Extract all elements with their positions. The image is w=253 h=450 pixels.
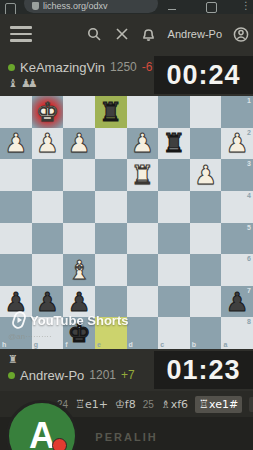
- piece-white-pawn: ♟: [131, 130, 154, 156]
- piece-white-bishop: ♝: [67, 257, 90, 283]
- bottom-player-rating: 1201: [89, 368, 116, 382]
- rank-coordinate: 7: [247, 287, 251, 294]
- square-b5[interactable]: [190, 223, 222, 255]
- square-c8[interactable]: c: [158, 317, 190, 349]
- top-player-panel: KeAmazingVin 1250 -6 ♝♟♟ 00:24: [0, 54, 253, 96]
- file-coordinate: e: [97, 341, 101, 348]
- square-g4[interactable]: [32, 191, 64, 223]
- square-d3[interactable]: ♜: [127, 159, 159, 191]
- file-coordinate: h: [2, 341, 6, 348]
- record-dot: [52, 438, 67, 450]
- file-coordinate: c: [160, 341, 164, 348]
- watermark-brand: YouTube Shorts: [30, 313, 128, 328]
- square-f1[interactable]: [63, 96, 95, 128]
- square-f6[interactable]: ♝: [63, 254, 95, 286]
- square-a4[interactable]: 4: [221, 191, 253, 223]
- rank-coordinate: 6: [247, 255, 251, 262]
- piece-white-pawn: ♟: [226, 130, 249, 156]
- square-b3[interactable]: ♟: [190, 159, 222, 191]
- square-d5[interactable]: [127, 223, 159, 255]
- square-e1[interactable]: ♜: [95, 96, 127, 128]
- top-player-name[interactable]: KeAmazingVin: [20, 60, 105, 75]
- square-e3[interactable]: [95, 159, 127, 191]
- move[interactable]: ♖xe1#: [195, 396, 242, 413]
- square-e5[interactable]: [95, 223, 127, 255]
- square-c7[interactable]: [158, 286, 190, 318]
- square-e2[interactable]: [95, 128, 127, 160]
- file-coordinate: a: [223, 341, 227, 348]
- browser-bar: lichess.org/odxv ⋮: [0, 0, 253, 14]
- rank-coordinate: 5: [247, 224, 251, 231]
- square-b2[interactable]: [190, 128, 222, 160]
- square-b7[interactable]: [190, 286, 222, 318]
- watermark-handle: @an··········: [8, 332, 52, 341]
- top-player-rating-change: -6: [142, 60, 153, 74]
- square-a3[interactable]: 3: [221, 159, 253, 191]
- square-c6[interactable]: [158, 254, 190, 286]
- square-f4[interactable]: [63, 191, 95, 223]
- url-bar[interactable]: lichess.org/odxv: [24, 0, 158, 13]
- piece-white-pawn: ♟: [4, 130, 27, 156]
- square-h2[interactable]: ♟: [0, 128, 32, 160]
- square-d4[interactable]: [127, 191, 159, 223]
- rank-coordinate: 3: [247, 160, 251, 167]
- file-coordinate: f: [65, 341, 67, 348]
- square-h4[interactable]: [0, 191, 32, 223]
- hamburger-menu-icon[interactable]: [10, 26, 32, 46]
- youtube-shorts-watermark: YouTube Shorts: [12, 311, 128, 329]
- square-h1[interactable]: [0, 96, 32, 128]
- square-c5[interactable]: [158, 223, 190, 255]
- square-e4[interactable]: [95, 191, 127, 223]
- square-h5[interactable]: [0, 223, 32, 255]
- piece-black-rook: ♜: [162, 130, 185, 156]
- file-coordinate: g: [34, 341, 38, 348]
- square-g3[interactable]: [32, 159, 64, 191]
- challenges-icon[interactable]: [114, 26, 130, 42]
- square-d8[interactable]: d: [127, 317, 159, 349]
- square-h6[interactable]: [0, 254, 32, 286]
- menu-dots-icon[interactable]: ⋮: [241, 0, 251, 11]
- notifications-bell-icon[interactable]: [141, 26, 157, 42]
- move[interactable]: ♖e1+: [75, 398, 108, 411]
- rank-coordinate: 2: [247, 129, 251, 136]
- move[interactable]: ♗xf6: [161, 398, 188, 411]
- square-g1[interactable]: ♚: [32, 96, 64, 128]
- online-dot: [8, 372, 15, 379]
- captured-bishop-group: ♝: [8, 77, 15, 90]
- square-a8[interactable]: 8a: [221, 317, 253, 349]
- file-coordinate: d: [129, 341, 133, 348]
- site-info-icon: [32, 2, 39, 10]
- share-icon[interactable]: [168, 1, 176, 10]
- square-f5[interactable]: [63, 223, 95, 255]
- bottom-player-name[interactable]: Andrew-Po: [20, 368, 84, 383]
- shorts-logo-icon: [12, 311, 26, 329]
- square-f2[interactable]: ♟: [63, 128, 95, 160]
- square-b8[interactable]: b: [190, 317, 222, 349]
- square-d2[interactable]: ♟: [127, 128, 159, 160]
- square-d1[interactable]: [127, 96, 159, 128]
- square-a6[interactable]: 6: [221, 254, 253, 286]
- move-number: 25: [143, 399, 154, 410]
- lichess-header: Andrew-Po: [0, 14, 253, 54]
- square-g6[interactable]: [32, 254, 64, 286]
- user-avatar-icon[interactable]: [233, 26, 249, 42]
- header-username[interactable]: Andrew-Po: [168, 28, 222, 40]
- url-text: lichess.org/odxv: [43, 1, 108, 11]
- piece-white-pawn: ♟: [36, 130, 59, 156]
- captured-pawn-group: ♟♟: [21, 77, 35, 90]
- piece-white-pawn: ♟: [194, 162, 217, 188]
- square-c2[interactable]: ♜: [158, 128, 190, 160]
- square-c4[interactable]: [158, 191, 190, 223]
- rank-coordinate: 4: [247, 192, 251, 199]
- piece-black-pawn: ♟: [226, 289, 249, 315]
- square-d7[interactable]: [127, 286, 159, 318]
- square-a2[interactable]: ♟2: [221, 128, 253, 160]
- online-dot: [8, 64, 15, 71]
- caption-text: PERALIH: [95, 431, 157, 450]
- square-b1[interactable]: [190, 96, 222, 128]
- tabs-icon[interactable]: [206, 2, 217, 13]
- move[interactable]: ♔f8: [115, 398, 136, 411]
- square-d6[interactable]: [127, 254, 159, 286]
- square-h3[interactable]: [0, 159, 32, 191]
- square-b6[interactable]: [190, 254, 222, 286]
- square-e6[interactable]: [95, 254, 127, 286]
- top-player-rating: 1250: [110, 60, 137, 74]
- bottom-clock: 01:23: [154, 351, 253, 389]
- square-a5[interactable]: 5: [221, 223, 253, 255]
- square-b4[interactable]: [190, 191, 222, 223]
- bottom-player-rating-change: +7: [121, 368, 135, 382]
- piece-white-king: ♚: [36, 99, 59, 125]
- rank-coordinate: 8: [247, 318, 251, 325]
- square-f3[interactable]: [63, 159, 95, 191]
- game-result[interactable]: 0-1: [249, 397, 253, 412]
- page-icon: [5, 3, 16, 14]
- phone-screen: lichess.org/odxv ⋮ Andrew-Po K: [0, 0, 253, 450]
- piece-white-pawn: ♟: [67, 130, 90, 156]
- top-clock: 00:24: [154, 56, 253, 94]
- piece-white-rook: ♜: [131, 162, 154, 188]
- piece-black-rook: ♜: [99, 99, 122, 125]
- rank-coordinate: 1: [247, 97, 251, 104]
- search-icon[interactable]: [87, 26, 103, 42]
- captured-rook-group: ♜: [8, 353, 15, 366]
- square-g5[interactable]: [32, 223, 64, 255]
- square-a7[interactable]: ♟7: [221, 286, 253, 318]
- square-c1[interactable]: [158, 96, 190, 128]
- bottom-player-panel: ♜ Andrew-Po 1201 +7 01:23: [0, 349, 253, 391]
- square-g2[interactable]: ♟: [32, 128, 64, 160]
- square-c3[interactable]: [158, 159, 190, 191]
- square-a1[interactable]: 1: [221, 96, 253, 128]
- file-coordinate: b: [192, 341, 196, 348]
